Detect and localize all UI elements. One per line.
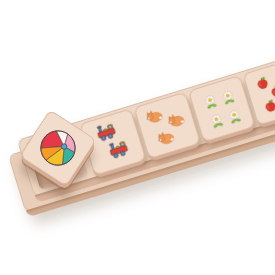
tile-4-graphic [192,79,252,139]
product-photo-scene [0,0,275,275]
fox-icon [145,108,163,124]
train-icon [96,122,117,141]
tile-3-graphic [137,95,197,155]
flower-icon [222,90,235,105]
apple-icon [270,84,275,97]
train-icon [108,140,129,159]
tile-1-graphic [34,124,82,172]
fox-icon [157,130,175,146]
flower-icon [210,114,223,129]
apple-icon [256,76,268,89]
ball-icon [41,131,75,165]
flower-icon [204,94,217,109]
fox-icon [167,112,185,128]
flower-icon [228,109,241,124]
apple-icon [264,99,275,112]
